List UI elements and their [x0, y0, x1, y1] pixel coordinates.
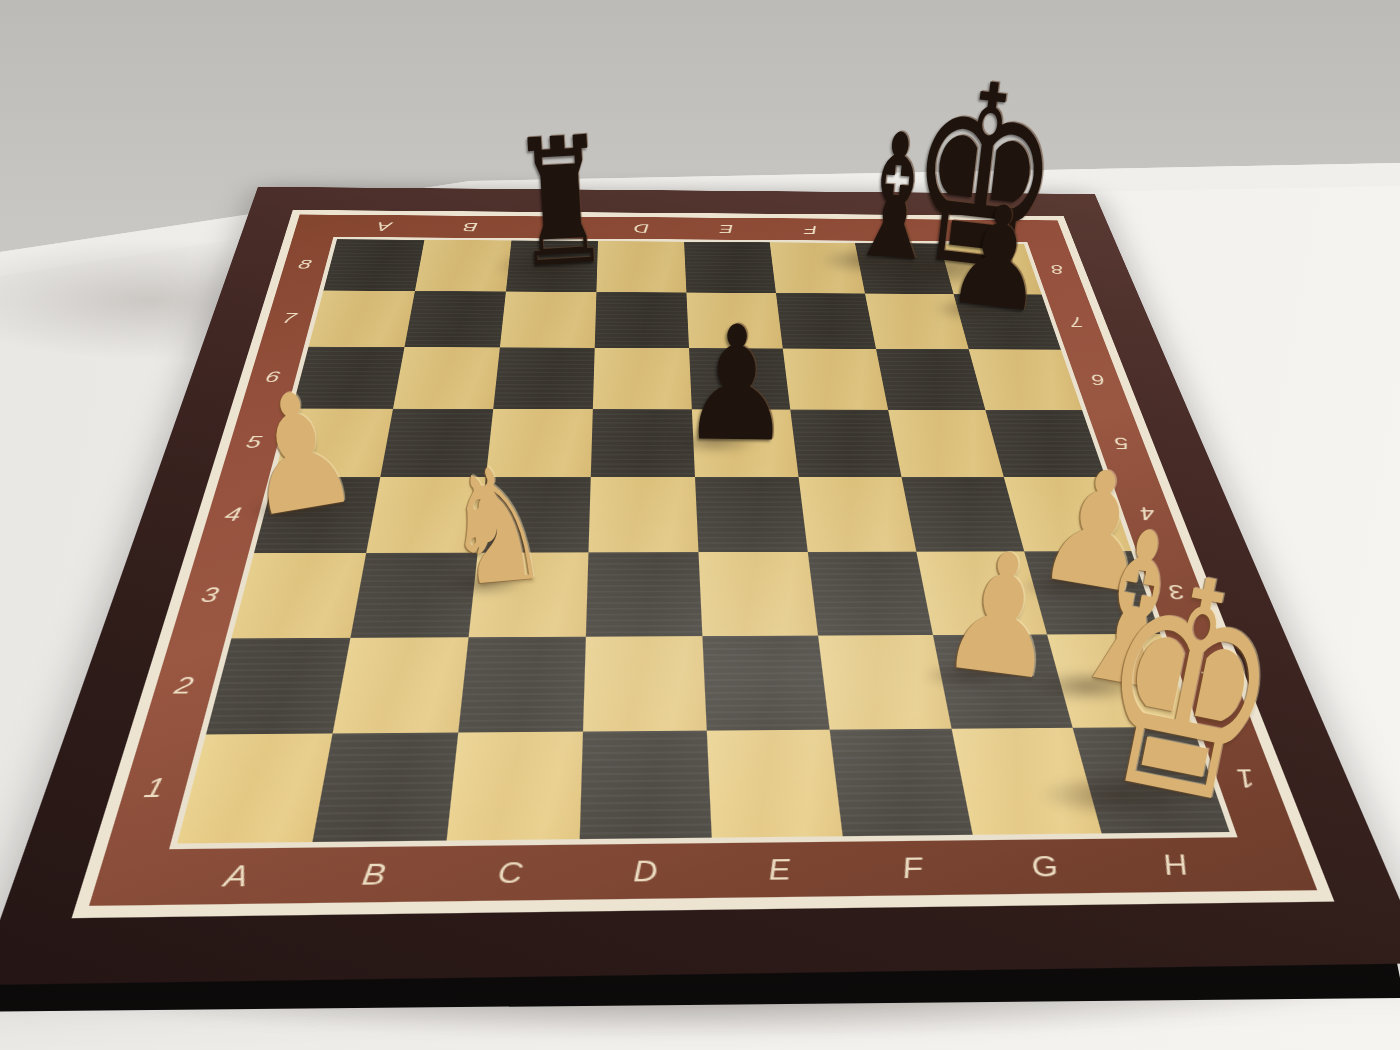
file-label-bottom-b: B — [360, 856, 389, 892]
square-f3 — [808, 552, 933, 636]
square-f1 — [830, 729, 973, 837]
square-c8 — [506, 240, 598, 292]
square-b1 — [312, 733, 458, 843]
square-b6 — [393, 347, 500, 409]
square-b8 — [415, 240, 512, 292]
file-label-bottom-e: E — [767, 852, 794, 888]
square-b4 — [366, 477, 486, 553]
file-label-top-b: B — [461, 220, 478, 234]
square-g8 — [855, 243, 954, 294]
square-d6 — [593, 348, 692, 410]
square-a3 — [231, 553, 366, 638]
square-d2 — [583, 636, 707, 731]
photo-scene: AA88BB77CC66DD55EE44FF33GG22HH11 ♝♜♚♟♟♟♞… — [0, 0, 1400, 1050]
square-b7 — [404, 291, 505, 347]
square-g5 — [888, 410, 1004, 477]
square-e4 — [695, 477, 808, 552]
file-label-top-d: D — [633, 221, 649, 235]
file-label-top-e: E — [718, 222, 734, 236]
square-c5 — [486, 409, 593, 477]
square-e2 — [702, 636, 829, 731]
file-label-bottom-c: C — [497, 855, 525, 891]
square-c3 — [469, 552, 589, 637]
square-c6 — [493, 347, 594, 409]
square-a2 — [206, 638, 350, 735]
square-b2 — [333, 637, 469, 733]
square-e6 — [689, 348, 790, 409]
square-a8 — [323, 239, 424, 291]
square-g4 — [902, 477, 1025, 552]
square-f5 — [790, 410, 901, 477]
square-e1 — [707, 730, 843, 838]
square-b3 — [350, 553, 477, 638]
square-e8 — [684, 242, 776, 293]
square-g6 — [876, 349, 985, 410]
square-g7 — [865, 294, 969, 350]
file-label-top-c: C — [547, 220, 564, 234]
square-e7 — [686, 293, 782, 349]
square-a6 — [292, 347, 404, 409]
square-a7 — [309, 290, 415, 347]
square-c2 — [458, 637, 586, 733]
file-label-top-g: G — [884, 223, 904, 237]
file-label-top-a: A — [375, 219, 393, 233]
file-label-top-f: F — [802, 222, 818, 236]
square-f2 — [818, 635, 952, 730]
square-c7 — [500, 292, 597, 348]
square-c1 — [447, 732, 583, 841]
square-f8 — [770, 242, 865, 293]
square-f4 — [799, 477, 917, 552]
square-d3 — [586, 552, 703, 637]
square-d1 — [580, 731, 712, 839]
square-d4 — [588, 477, 698, 552]
square-c4 — [478, 477, 591, 553]
square-h8 — [940, 244, 1042, 295]
square-d8 — [596, 241, 686, 292]
square-a5 — [274, 409, 393, 477]
square-d5 — [591, 409, 695, 477]
square-b5 — [380, 409, 493, 477]
square-a4 — [254, 477, 380, 553]
square-f6 — [783, 349, 888, 410]
square-e3 — [698, 552, 818, 636]
square-f7 — [776, 293, 876, 349]
square-d7 — [595, 292, 689, 348]
square-e5 — [692, 409, 799, 477]
file-label-bottom-d: D — [633, 853, 659, 889]
